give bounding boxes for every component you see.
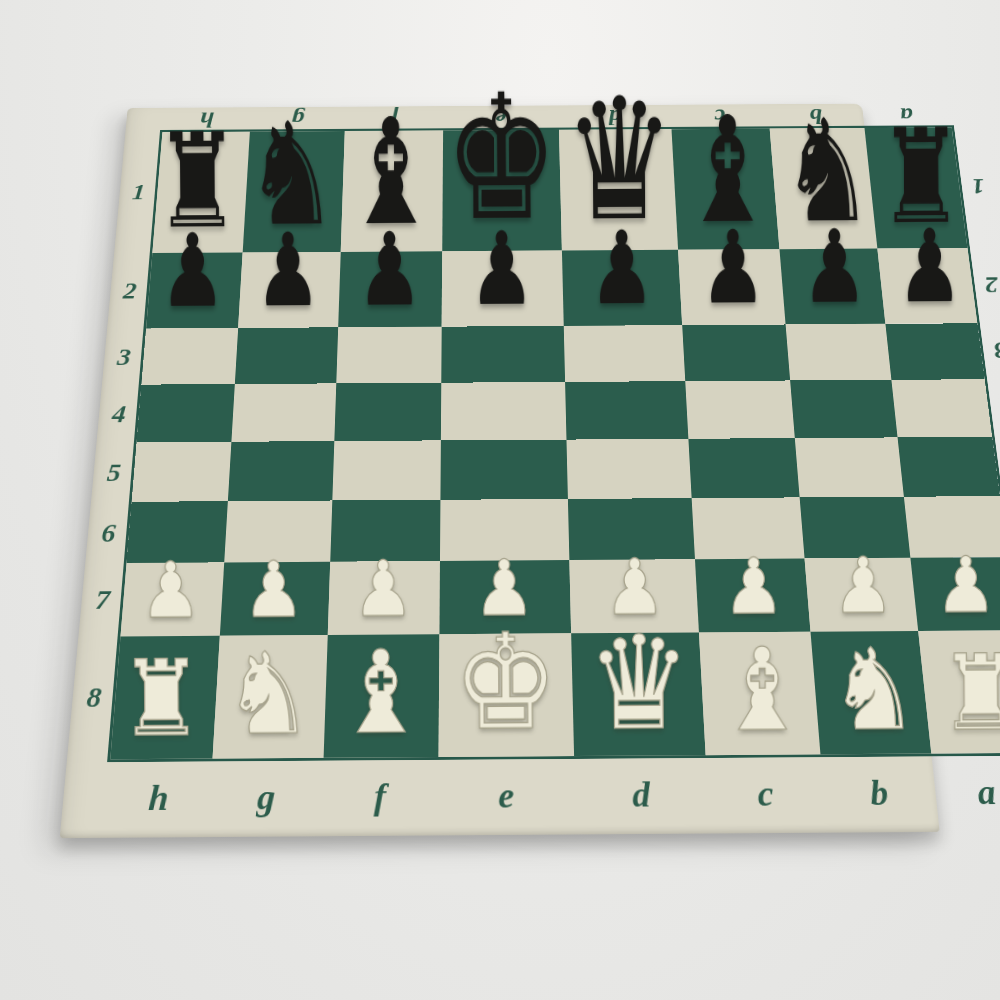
square-d8[interactable]: ♛: [571, 632, 706, 756]
file-label-bottom-g: g: [208, 758, 324, 837]
square-c4[interactable]: [685, 380, 794, 438]
piece-white-pawn-h7[interactable]: ♟: [139, 552, 201, 629]
square-e2[interactable]: ♟: [441, 251, 563, 327]
piece-white-queen-d8[interactable]: ♛: [587, 618, 692, 748]
square-b4[interactable]: [790, 380, 897, 438]
square-a4[interactable]: [891, 379, 992, 437]
rank-label-left-2: 2: [107, 253, 152, 329]
square-a2[interactable]: ♟: [877, 248, 977, 324]
file-label-bottom-e: e: [438, 756, 576, 835]
square-c8[interactable]: ♝: [699, 632, 820, 755]
piece-white-knight-g8[interactable]: ♞: [223, 638, 313, 751]
board-mat: 1122334455667788hhggffeeddccbbaa♜♞♝♚♛♝♞♜…: [60, 104, 940, 839]
rank-label-left-7: 7: [78, 563, 126, 637]
piece-white-rook-h8[interactable]: ♜: [119, 646, 203, 751]
square-h3[interactable]: [141, 328, 238, 385]
photo-scene: 1122334455667788hhggffeeddccbbaa♜♞♝♚♛♝♞♜…: [0, 0, 1000, 1000]
square-f2[interactable]: ♟: [338, 251, 442, 327]
square-g3[interactable]: [235, 327, 338, 384]
square-a8[interactable]: ♜: [918, 630, 1000, 753]
piece-white-knight-b8[interactable]: ♞: [829, 634, 919, 747]
square-g4[interactable]: [231, 383, 336, 441]
square-b5[interactable]: [794, 437, 903, 497]
square-b2[interactable]: ♟: [779, 249, 885, 325]
piece-white-rook-a8[interactable]: ♜: [939, 641, 1000, 746]
piece-white-pawn-c7[interactable]: ♟: [723, 548, 785, 625]
rank-label-left-3: 3: [102, 329, 146, 385]
piece-white-pawn-g7[interactable]: ♟: [243, 551, 305, 628]
file-label-bottom-f: f: [321, 757, 438, 836]
square-b7[interactable]: ♟: [804, 558, 918, 632]
piece-white-pawn-a7[interactable]: ♟: [935, 546, 997, 623]
rank-label-left-4: 4: [97, 385, 142, 443]
square-g2[interactable]: ♟: [238, 252, 341, 328]
square-e3[interactable]: [441, 326, 565, 383]
square-b3[interactable]: [785, 324, 891, 381]
square-a5[interactable]: [897, 437, 999, 497]
square-h8[interactable]: ♜: [110, 636, 220, 760]
square-a3[interactable]: [885, 323, 984, 380]
square-b8[interactable]: ♞: [810, 631, 931, 754]
piece-black-pawn-e2[interactable]: ♟: [469, 219, 536, 320]
piece-black-pawn-b2[interactable]: ♟: [801, 217, 868, 318]
file-label-bottom-b: b: [820, 754, 939, 833]
square-d5[interactable]: [566, 439, 692, 499]
square-d3[interactable]: [563, 325, 685, 382]
square-c7[interactable]: ♟: [695, 559, 810, 633]
square-f5[interactable]: [332, 440, 440, 500]
square-f7[interactable]: ♟: [328, 561, 440, 635]
square-c3[interactable]: [682, 325, 790, 382]
piece-black-pawn-h2[interactable]: ♟: [159, 221, 226, 322]
file-label-bottom-a: a: [931, 753, 1000, 832]
square-e8[interactable]: ♚: [438, 633, 574, 757]
square-d2[interactable]: ♟: [562, 250, 683, 326]
piece-black-pawn-g2[interactable]: ♟: [255, 220, 322, 321]
rank-label-left-5: 5: [91, 442, 137, 502]
piece-black-pawn-a2[interactable]: ♟: [897, 216, 964, 317]
piece-black-pawn-c2[interactable]: ♟: [700, 217, 767, 318]
square-a7[interactable]: ♟: [910, 557, 1000, 631]
file-label-bottom-c: c: [706, 754, 827, 833]
piece-white-king-e8[interactable]: ♚: [452, 617, 558, 749]
square-h4[interactable]: [137, 384, 235, 442]
square-f4[interactable]: [334, 383, 441, 441]
square-e4[interactable]: [440, 382, 566, 440]
square-g7[interactable]: ♟: [220, 562, 330, 636]
square-e5[interactable]: [440, 440, 568, 500]
piece-black-pawn-d2[interactable]: ♟: [589, 218, 656, 319]
file-label-bottom-d: d: [574, 755, 710, 834]
square-h7[interactable]: ♟: [121, 562, 225, 636]
square-c2[interactable]: ♟: [678, 249, 785, 325]
square-h2[interactable]: ♟: [146, 253, 243, 329]
file-label-bottom-h: h: [104, 759, 213, 838]
piece-white-pawn-b7[interactable]: ♟: [832, 547, 894, 624]
piece-black-pawn-f2[interactable]: ♟: [356, 219, 423, 320]
square-g8[interactable]: ♞: [213, 635, 328, 759]
piece-white-bishop-c8[interactable]: ♝: [716, 632, 808, 747]
piece-white-pawn-f7[interactable]: ♟: [352, 550, 414, 627]
square-c5[interactable]: [688, 438, 799, 498]
piece-white-bishop-f8[interactable]: ♝: [335, 635, 427, 750]
square-h5[interactable]: [132, 442, 232, 502]
square-d4[interactable]: [565, 381, 689, 439]
square-g5[interactable]: [228, 441, 334, 501]
square-f8[interactable]: ♝: [324, 634, 439, 758]
rank-label-left-6: 6: [85, 502, 131, 564]
square-f3[interactable]: [336, 327, 441, 384]
